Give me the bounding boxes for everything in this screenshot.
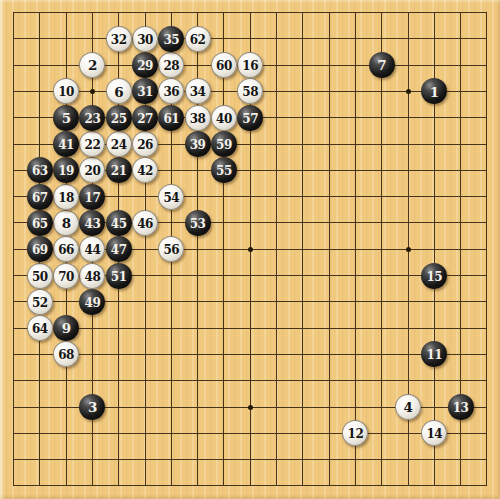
grid-line-vertical xyxy=(276,12,277,486)
move-number: 44 xyxy=(85,244,101,256)
stone-black-15: 15 xyxy=(421,263,447,289)
move-number: 24 xyxy=(111,139,127,151)
move-number: 47 xyxy=(111,244,127,256)
grid-line-horizontal xyxy=(13,459,487,460)
stone-black-49: 49 xyxy=(79,289,105,315)
stone-white-34: 34 xyxy=(185,78,211,104)
move-number: 67 xyxy=(32,191,48,203)
move-number: 10 xyxy=(58,86,74,98)
move-number: 46 xyxy=(137,217,153,229)
move-number: 56 xyxy=(163,244,179,256)
stone-white-26: 26 xyxy=(132,131,158,157)
stone-white-56: 56 xyxy=(158,236,184,262)
stone-white-68: 68 xyxy=(53,341,79,367)
move-number: 70 xyxy=(58,270,74,282)
stone-black-45: 45 xyxy=(106,210,132,236)
stone-white-52: 52 xyxy=(27,289,53,315)
stone-white-40: 40 xyxy=(211,105,237,131)
stone-black-57: 57 xyxy=(237,105,263,131)
stone-white-20: 20 xyxy=(79,157,105,183)
stone-white-12: 12 xyxy=(342,420,368,446)
stone-black-67: 67 xyxy=(27,184,53,210)
move-number: 34 xyxy=(190,86,206,98)
stone-black-5: 5 xyxy=(53,105,79,131)
stone-black-55: 55 xyxy=(211,157,237,183)
stone-white-16: 16 xyxy=(237,52,263,78)
move-number: 8 xyxy=(62,217,71,231)
star-point xyxy=(248,405,253,410)
stone-black-47: 47 xyxy=(106,236,132,262)
move-number: 57 xyxy=(242,112,258,124)
stone-black-19: 19 xyxy=(53,157,79,183)
stone-white-48: 48 xyxy=(79,263,105,289)
move-number: 53 xyxy=(190,217,206,229)
stone-white-50: 50 xyxy=(27,263,53,289)
move-number: 25 xyxy=(111,112,127,124)
move-number: 40 xyxy=(216,112,232,124)
stone-black-63: 63 xyxy=(27,157,53,183)
move-number: 69 xyxy=(32,244,48,256)
stone-white-66: 66 xyxy=(53,236,79,262)
stone-black-27: 27 xyxy=(132,105,158,131)
move-number: 21 xyxy=(111,165,127,177)
move-number: 55 xyxy=(216,165,232,177)
move-number: 35 xyxy=(163,33,179,45)
grid-line-vertical xyxy=(302,12,303,486)
stone-black-51: 51 xyxy=(106,263,132,289)
stone-black-65: 65 xyxy=(27,210,53,236)
stone-black-21: 21 xyxy=(106,157,132,183)
star-point xyxy=(248,247,253,252)
stone-white-8: 8 xyxy=(53,210,79,236)
move-number: 28 xyxy=(163,60,179,72)
move-number: 6 xyxy=(114,85,123,99)
move-number: 60 xyxy=(216,60,232,72)
move-number: 18 xyxy=(58,191,74,203)
stone-white-42: 42 xyxy=(132,157,158,183)
grid-line-horizontal xyxy=(13,433,487,434)
stone-white-44: 44 xyxy=(79,236,105,262)
stone-white-28: 28 xyxy=(158,52,184,78)
move-number: 29 xyxy=(137,60,153,72)
move-number: 11 xyxy=(426,349,442,361)
grid-line-vertical xyxy=(355,12,356,486)
move-number: 27 xyxy=(137,112,153,124)
move-number: 4 xyxy=(404,401,413,415)
stone-black-9: 9 xyxy=(53,315,79,341)
stone-white-2: 2 xyxy=(79,52,105,78)
stone-white-6: 6 xyxy=(106,78,132,104)
stone-white-30: 30 xyxy=(132,26,158,52)
move-number: 15 xyxy=(426,270,442,282)
stone-black-39: 39 xyxy=(185,131,211,157)
move-number: 13 xyxy=(453,402,469,414)
stone-black-41: 41 xyxy=(53,131,79,157)
stone-white-38: 38 xyxy=(185,105,211,131)
move-number: 51 xyxy=(111,270,127,282)
stone-white-64: 64 xyxy=(27,315,53,341)
stone-black-43: 43 xyxy=(79,210,105,236)
stone-white-36: 36 xyxy=(158,78,184,104)
move-number: 23 xyxy=(85,112,101,124)
stone-black-13: 13 xyxy=(448,394,474,420)
stone-black-61: 61 xyxy=(158,105,184,131)
move-number: 7 xyxy=(377,59,386,73)
move-number: 16 xyxy=(242,60,258,72)
move-number: 20 xyxy=(85,165,101,177)
stone-white-54: 54 xyxy=(158,184,184,210)
move-number: 58 xyxy=(242,86,258,98)
stone-black-25: 25 xyxy=(106,105,132,131)
stone-white-14: 14 xyxy=(421,420,447,446)
move-number: 2 xyxy=(88,59,97,73)
move-number: 42 xyxy=(137,165,153,177)
move-number: 68 xyxy=(58,349,74,361)
move-number: 63 xyxy=(32,165,48,177)
stone-white-58: 58 xyxy=(237,78,263,104)
stone-white-62: 62 xyxy=(185,26,211,52)
move-number: 30 xyxy=(137,33,153,45)
move-number: 14 xyxy=(426,428,442,440)
stone-black-1: 1 xyxy=(421,78,447,104)
grid-line-horizontal xyxy=(13,380,487,381)
grid-line-vertical xyxy=(486,12,487,486)
stone-black-59: 59 xyxy=(211,131,237,157)
move-number: 52 xyxy=(32,296,48,308)
stone-black-7: 7 xyxy=(369,52,395,78)
move-number: 41 xyxy=(58,139,74,151)
move-number: 50 xyxy=(32,270,48,282)
move-number: 1 xyxy=(430,85,439,99)
stone-black-35: 35 xyxy=(158,26,184,52)
stone-black-29: 29 xyxy=(132,52,158,78)
move-number: 59 xyxy=(216,139,232,151)
go-board: 1234567891011121314151617181920212223242… xyxy=(0,0,500,499)
move-number: 3 xyxy=(88,401,97,415)
stone-black-11: 11 xyxy=(421,341,447,367)
grid-line-horizontal xyxy=(13,485,487,486)
move-number: 66 xyxy=(58,244,74,256)
stone-black-17: 17 xyxy=(79,184,105,210)
stone-white-10: 10 xyxy=(53,78,79,104)
move-number: 17 xyxy=(85,191,101,203)
stone-white-4: 4 xyxy=(395,394,421,420)
stone-white-70: 70 xyxy=(53,263,79,289)
grid-line-horizontal xyxy=(13,328,487,329)
move-number: 48 xyxy=(85,270,101,282)
move-number: 64 xyxy=(32,323,48,335)
stone-black-23: 23 xyxy=(79,105,105,131)
move-number: 31 xyxy=(137,86,153,98)
star-point xyxy=(90,89,95,94)
move-number: 54 xyxy=(163,191,179,203)
move-number: 38 xyxy=(190,112,206,124)
stone-black-53: 53 xyxy=(185,210,211,236)
grid-line-vertical xyxy=(381,12,382,486)
star-point xyxy=(406,247,411,252)
move-number: 12 xyxy=(348,428,364,440)
move-number: 49 xyxy=(85,296,101,308)
stone-white-22: 22 xyxy=(79,131,105,157)
move-number: 32 xyxy=(111,33,127,45)
stone-white-60: 60 xyxy=(211,52,237,78)
stone-white-32: 32 xyxy=(106,26,132,52)
move-number: 61 xyxy=(163,112,179,124)
stone-white-46: 46 xyxy=(132,210,158,236)
move-number: 39 xyxy=(190,139,206,151)
grid-line-vertical xyxy=(329,12,330,486)
stone-black-69: 69 xyxy=(27,236,53,262)
move-number: 62 xyxy=(190,33,206,45)
stone-white-24: 24 xyxy=(106,131,132,157)
stone-black-31: 31 xyxy=(132,78,158,104)
move-number: 43 xyxy=(85,217,101,229)
move-number: 9 xyxy=(62,322,71,336)
stone-white-18: 18 xyxy=(53,184,79,210)
grid-line-horizontal xyxy=(13,354,487,355)
move-number: 5 xyxy=(62,111,71,125)
move-number: 22 xyxy=(85,139,101,151)
move-number: 65 xyxy=(32,217,48,229)
star-point xyxy=(406,89,411,94)
move-number: 45 xyxy=(111,217,127,229)
stone-black-3: 3 xyxy=(79,394,105,420)
move-number: 36 xyxy=(163,86,179,98)
move-number: 26 xyxy=(137,139,153,151)
move-number: 19 xyxy=(58,165,74,177)
